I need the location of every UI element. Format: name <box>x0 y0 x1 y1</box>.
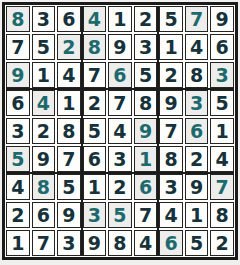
cell-r4c8: 3 <box>185 90 209 116</box>
cell-r3c6[interactable]: 5 <box>134 62 158 88</box>
cell-r7c8[interactable]: 9 <box>185 174 209 200</box>
cell-r2c8[interactable]: 4 <box>185 34 209 60</box>
cell-r8c4: 3 <box>83 202 107 228</box>
cell-r9c4[interactable]: 9 <box>83 230 107 256</box>
cell-r6c3[interactable]: 7 <box>57 146 81 172</box>
cell-r6c5[interactable]: 3 <box>108 146 132 172</box>
cell-r8c9[interactable]: 8 <box>210 202 234 228</box>
cell-r7c4[interactable]: 1 <box>83 174 107 200</box>
cell-r8c7[interactable]: 4 <box>159 202 183 228</box>
cell-r5c4[interactable]: 5 <box>83 118 107 144</box>
cell-r1c7[interactable]: 5 <box>159 6 183 32</box>
cell-r6c2[interactable]: 9 <box>32 146 56 172</box>
cell-r5c8: 6 <box>185 118 209 144</box>
cell-r1c5[interactable]: 1 <box>108 6 132 32</box>
cell-r4c3[interactable]: 1 <box>57 90 81 116</box>
cell-r9c8[interactable]: 5 <box>185 230 209 256</box>
cell-r7c6: 6 <box>134 174 158 200</box>
cell-r3c8[interactable]: 8 <box>185 62 209 88</box>
cell-r5c9[interactable]: 1 <box>210 118 234 144</box>
cell-r2c7[interactable]: 1 <box>159 34 183 60</box>
cell-r2c1[interactable]: 7 <box>6 34 30 60</box>
cell-r9c9[interactable]: 2 <box>210 230 234 256</box>
box-1: 836752914 <box>6 6 81 88</box>
cell-r3c4[interactable]: 7 <box>83 62 107 88</box>
cell-r1c9[interactable]: 9 <box>210 6 234 32</box>
cell-r2c6[interactable]: 3 <box>134 34 158 60</box>
cell-r8c2[interactable]: 6 <box>32 202 56 228</box>
box-9: 397418652 <box>159 174 234 256</box>
box-8: 126357984 <box>83 174 158 256</box>
cell-r1c3[interactable]: 6 <box>57 6 81 32</box>
cell-r4c5[interactable]: 7 <box>108 90 132 116</box>
cell-r4c4[interactable]: 2 <box>83 90 107 116</box>
cell-r8c8[interactable]: 1 <box>185 202 209 228</box>
cell-r5c6: 9 <box>134 118 158 144</box>
cell-r4c1[interactable]: 6 <box>6 90 30 116</box>
cell-r8c1[interactable]: 2 <box>6 202 30 228</box>
cell-r9c5[interactable]: 8 <box>108 230 132 256</box>
cell-r5c7[interactable]: 7 <box>159 118 183 144</box>
cell-r2c9[interactable]: 6 <box>210 34 234 60</box>
cell-r4c9[interactable]: 5 <box>210 90 234 116</box>
cell-r6c6: 1 <box>134 146 158 172</box>
box-5: 278549631 <box>83 90 158 172</box>
box-4: 641328597 <box>6 90 81 172</box>
cell-r1c4: 4 <box>83 6 107 32</box>
sudoku-frame: 8367529144128937655791462836413285972785… <box>2 2 238 260</box>
cell-r5c1[interactable]: 3 <box>6 118 30 144</box>
cell-r9c1[interactable]: 1 <box>6 230 30 256</box>
box-3: 579146283 <box>159 6 234 88</box>
cell-r4c6[interactable]: 8 <box>134 90 158 116</box>
cell-r6c9[interactable]: 4 <box>210 146 234 172</box>
cell-r7c5[interactable]: 2 <box>108 174 132 200</box>
cell-r4c2: 4 <box>32 90 56 116</box>
sudoku-board: 8367529144128937655791462836413285972785… <box>6 6 234 256</box>
cell-r9c6[interactable]: 4 <box>134 230 158 256</box>
cell-r2c3: 2 <box>57 34 81 60</box>
cell-r3c5: 6 <box>108 62 132 88</box>
cell-r6c1: 5 <box>6 146 30 172</box>
cell-r5c3[interactable]: 8 <box>57 118 81 144</box>
cell-r3c2[interactable]: 1 <box>32 62 56 88</box>
cell-r6c8[interactable]: 2 <box>185 146 209 172</box>
box-7: 485269173 <box>6 174 81 256</box>
cell-r7c3[interactable]: 5 <box>57 174 81 200</box>
cell-r4c7[interactable]: 9 <box>159 90 183 116</box>
cell-r5c2[interactable]: 2 <box>32 118 56 144</box>
cell-r2c5[interactable]: 9 <box>108 34 132 60</box>
cell-r7c7[interactable]: 3 <box>159 174 183 200</box>
cell-r1c8: 7 <box>185 6 209 32</box>
cell-r9c7: 6 <box>159 230 183 256</box>
cell-r8c6[interactable]: 7 <box>134 202 158 228</box>
cell-r8c5: 5 <box>108 202 132 228</box>
cell-r5c5[interactable]: 4 <box>108 118 132 144</box>
cell-r6c4[interactable]: 6 <box>83 146 107 172</box>
cell-r3c9: 3 <box>210 62 234 88</box>
box-2: 412893765 <box>83 6 158 88</box>
cell-r1c2[interactable]: 3 <box>32 6 56 32</box>
cell-r3c1: 9 <box>6 62 30 88</box>
cell-r7c1[interactable]: 4 <box>6 174 30 200</box>
cell-r9c2[interactable]: 7 <box>32 230 56 256</box>
cell-r6c7[interactable]: 8 <box>159 146 183 172</box>
cell-r3c7[interactable]: 2 <box>159 62 183 88</box>
cell-r1c6[interactable]: 2 <box>134 6 158 32</box>
cell-r1c1: 8 <box>6 6 30 32</box>
cell-r2c4: 8 <box>83 34 107 60</box>
cell-r3c3[interactable]: 4 <box>57 62 81 88</box>
cell-r9c3[interactable]: 3 <box>57 230 81 256</box>
cell-r8c3[interactable]: 9 <box>57 202 81 228</box>
cell-r2c2[interactable]: 5 <box>32 34 56 60</box>
cell-r7c9: 7 <box>210 174 234 200</box>
box-6: 935761824 <box>159 90 234 172</box>
cell-r7c2: 8 <box>32 174 56 200</box>
